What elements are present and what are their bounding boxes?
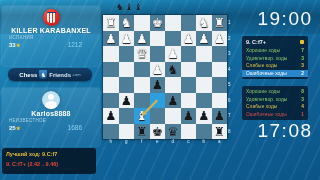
square-g3[interactable] [119, 46, 135, 62]
stat-row-3: Ошибочные ходы2 [242, 70, 308, 78]
square-f1[interactable] [134, 15, 150, 31]
square-e7[interactable] [150, 108, 166, 124]
file-label-c: c [181, 139, 197, 144]
rank-label-8: 8 [228, 124, 234, 140]
white-analysis-box: 9. С:f7+ Хорошие ходы7Удовлетвор. ходы3С… [242, 36, 308, 79]
square-c4[interactable] [181, 62, 197, 78]
square-f8[interactable]: ♜ [134, 124, 150, 140]
black-pawn-d6[interactable]: ♟ [165, 93, 181, 109]
stat-value: 3 [301, 97, 304, 103]
chess-board[interactable]: ♜♞♚♞♜♟♟♟♟♟♟♛♟♟♞♟♟♟♟♝♟♟♟♜♚♛♜ [103, 15, 227, 139]
square-h3[interactable] [103, 46, 119, 62]
black-clock: 17:08 [250, 120, 320, 142]
captured-pieces-tray: ♞♝♝ [116, 0, 143, 14]
file-label-d: d [165, 139, 181, 144]
avatar-body [45, 101, 57, 109]
file-label-g: g [119, 139, 135, 144]
square-c5[interactable] [181, 77, 197, 93]
square-d4[interactable]: ♞ [165, 62, 181, 78]
rank-label-5: 5 [228, 77, 234, 93]
white-queen-f3[interactable]: ♛ [134, 46, 150, 62]
square-e5[interactable]: ♟ [150, 77, 166, 93]
square-b7[interactable]: ♟ [196, 108, 212, 124]
stat-label: Удовлетвор. ходы [246, 56, 287, 62]
stat-label: Хорошие ходы [246, 89, 280, 95]
engine-hint-box: Лучший ход: 9.С:f7 9. С:f7+ (2.42→9.46) [2, 148, 96, 174]
white-pawn-h2[interactable]: ♟ [103, 31, 119, 47]
square-a6[interactable] [212, 93, 228, 109]
white-knight-b1[interactable]: ♞ [196, 15, 212, 31]
square-g2[interactable]: ♟ [119, 31, 135, 47]
black-knight-d4[interactable]: ♞ [165, 62, 181, 78]
stat-row-1: Удовлетвор. ходы3 [242, 55, 308, 63]
square-f5[interactable] [134, 77, 150, 93]
square-c2[interactable]: ♟ [181, 31, 197, 47]
square-g4[interactable] [119, 62, 135, 78]
stat-label: Ошибочные ходы [246, 112, 287, 118]
stat-value: 2 [301, 71, 304, 77]
square-g8[interactable] [119, 124, 135, 140]
square-e4[interactable]: ♟ [150, 62, 166, 78]
white-player-stars: 33★ [9, 42, 21, 48]
black-player-rating: 1686 [68, 124, 82, 131]
square-b1[interactable]: ♞ [196, 15, 212, 31]
white-stats-rows: Хорошие ходы7Удовлетвор. ходы3Слабые ход… [242, 47, 308, 77]
stat-row-1: Удовлетвор. ходы3 [242, 96, 308, 104]
stat-value: 4 [301, 104, 304, 110]
white-king-e1[interactable]: ♚ [150, 15, 166, 31]
file-label-f: f [134, 139, 150, 144]
rank-labels: 12345678 [228, 15, 234, 139]
rank-label-3: 3 [228, 46, 234, 62]
square-f6[interactable] [134, 93, 150, 109]
white-bishop-f7[interactable]: ♝ [134, 108, 150, 124]
square-g6[interactable]: ♟ [119, 93, 135, 109]
square-d3[interactable]: ♟ [165, 46, 181, 62]
square-b2[interactable]: ♟ [196, 31, 212, 47]
square-a2[interactable]: ♟ [212, 31, 228, 47]
rank-label-4: 4 [228, 62, 234, 78]
stat-row-0: Хорошие ходы8 [242, 88, 308, 96]
white-pawn-a2[interactable]: ♟ [212, 31, 228, 47]
white-pawn-c2[interactable]: ♟ [181, 31, 197, 47]
square-e8[interactable]: ♚ [150, 124, 166, 140]
stat-row-2: Слабые ходы3 [242, 62, 308, 70]
square-b5[interactable] [196, 77, 212, 93]
stat-label: Удовлетвор. ходы [246, 97, 287, 103]
best-move-text: Лучший ход: 9.С:f7 [6, 151, 92, 157]
square-h2[interactable]: ♟ [103, 31, 119, 47]
white-knight-g1[interactable]: ♞ [119, 15, 135, 31]
black-player-stars: 25★ [9, 125, 21, 131]
square-a4[interactable] [212, 62, 228, 78]
file-label-a: a [212, 139, 228, 144]
stat-value: 3 [301, 63, 304, 69]
rank-label-7: 7 [228, 108, 234, 124]
square-g7[interactable] [119, 108, 135, 124]
square-d2[interactable] [165, 31, 181, 47]
chess-app-screen: KILLER KARABANXEL ИСПАНИЯ 33★ 1212 Chess… [0, 0, 320, 180]
square-a3[interactable] [212, 46, 228, 62]
stat-row-2: Слабые ходы4 [242, 103, 308, 111]
file-label-e: e [150, 139, 166, 144]
black-queen-d8[interactable]: ♛ [165, 124, 181, 140]
square-c1[interactable] [181, 15, 197, 31]
star-icon: ★ [16, 42, 21, 48]
white-pawn-f2[interactable]: ♟ [134, 31, 150, 47]
file-label-h: h [103, 139, 119, 144]
square-b6[interactable] [196, 93, 212, 109]
square-d8[interactable]: ♛ [165, 124, 181, 140]
square-e3[interactable] [150, 46, 166, 62]
file-label-b: b [196, 139, 212, 144]
square-a5[interactable] [212, 77, 228, 93]
white-pawn-e4[interactable]: ♟ [150, 62, 166, 78]
file-labels: hgfedcba [103, 139, 227, 144]
rank-label-2: 2 [228, 31, 234, 47]
white-pawn-b2[interactable]: ♟ [196, 31, 212, 47]
black-king-e8[interactable]: ♚ [150, 124, 166, 140]
white-pawn-d3[interactable]: ♟ [165, 46, 181, 62]
stat-row-3: Ошибочные ходы1 [242, 111, 308, 119]
square-e1[interactable]: ♚ [150, 15, 166, 31]
square-h8[interactable] [103, 124, 119, 140]
black-pawn-g6[interactable]: ♟ [119, 93, 135, 109]
stat-label: Слабые ходы [246, 104, 277, 110]
stat-label: Слабые ходы [246, 63, 277, 69]
rank-label-1: 1 [228, 15, 234, 31]
logo-suffix: .com [72, 72, 81, 77]
white-player-name: KILLER KARABANXEL [2, 27, 100, 34]
square-h5[interactable] [103, 77, 119, 93]
square-c3[interactable] [181, 46, 197, 62]
black-pawn-c7[interactable]: ♟ [181, 108, 197, 124]
avatar-head [48, 94, 54, 100]
stat-value: 8 [301, 89, 304, 95]
stat-row-0: Хорошие ходы7 [242, 47, 308, 55]
logo-shield-icon: ♞ [39, 70, 47, 79]
black-stats-rows: Хорошие ходы8Удовлетвор. ходы3Слабые ход… [242, 88, 308, 118]
square-f7[interactable]: ♝ [134, 108, 150, 124]
stat-value: 3 [301, 56, 304, 62]
white-rook-a1[interactable]: ♜ [212, 15, 228, 31]
stat-label: Ошибочные ходы [246, 71, 287, 77]
square-b4[interactable] [196, 62, 212, 78]
square-c6[interactable] [181, 93, 197, 109]
rank-label-6: 6 [228, 93, 234, 109]
stat-label: Хорошие ходы [246, 48, 280, 54]
white-pawn-g2[interactable]: ♟ [119, 31, 135, 47]
white-player-rating: 1212 [68, 41, 82, 48]
square-f3[interactable]: ♛ [134, 46, 150, 62]
evaluation-text: 9. С:f7+ (2.42→9.46) [6, 161, 92, 167]
square-e6[interactable] [150, 93, 166, 109]
square-a7[interactable]: ♟ [212, 108, 228, 124]
square-d6[interactable]: ♟ [165, 93, 181, 109]
square-e2[interactable] [150, 31, 166, 47]
move-quality-icon [300, 40, 304, 44]
square-h4[interactable] [103, 62, 119, 78]
square-d7[interactable] [165, 108, 181, 124]
crest-shield [47, 13, 56, 23]
black-pawn-e5[interactable]: ♟ [150, 77, 166, 93]
square-c7[interactable]: ♟ [181, 108, 197, 124]
square-c8[interactable] [181, 124, 197, 140]
black-rook-f8[interactable]: ♜ [134, 124, 150, 140]
square-b8[interactable] [196, 124, 212, 140]
square-d5[interactable] [165, 77, 181, 93]
player-card-white: KILLER KARABANXEL ИСПАНИЯ 33★ 1212 [2, 6, 100, 66]
square-f4[interactable] [134, 62, 150, 78]
black-pawn-a7[interactable]: ♟ [212, 108, 228, 124]
stat-value: 1 [301, 112, 304, 118]
stat-value: 7 [301, 48, 304, 54]
black-rook-a8[interactable]: ♜ [212, 124, 228, 140]
white-player-avatar [43, 9, 60, 26]
black-player-avatar [42, 91, 60, 109]
square-h7[interactable]: ♟ [103, 108, 119, 124]
square-g5[interactable] [119, 77, 135, 93]
chessfriends-logo: Chess ♞ Friends .com [8, 68, 92, 81]
square-d1[interactable] [165, 15, 181, 31]
white-clock: 19:00 [250, 8, 320, 30]
logo-text-left: Chess [19, 72, 37, 78]
square-a1[interactable]: ♜ [212, 15, 228, 31]
black-pawn-b7[interactable]: ♟ [196, 108, 212, 124]
square-h1[interactable]: ♜ [103, 15, 119, 31]
black-player-name: Karlos8888 [2, 110, 100, 117]
white-rook-h1[interactable]: ♜ [103, 15, 119, 31]
star-icon: ★ [16, 125, 21, 131]
player-card-black: Karlos8888 НЕИЗВЕСТНОЕ 25★ 1686 [2, 88, 100, 146]
square-b3[interactable] [196, 46, 212, 62]
square-g1[interactable]: ♞ [119, 15, 135, 31]
logo-text-right: Friends [49, 72, 71, 78]
black-pawn-h7[interactable]: ♟ [103, 108, 119, 124]
square-h6[interactable] [103, 93, 119, 109]
square-f2[interactable]: ♟ [134, 31, 150, 47]
black-analysis-box: Хорошие ходы8Удовлетвор. ходы3Слабые ход… [242, 86, 308, 120]
square-a8[interactable]: ♜ [212, 124, 228, 140]
last-move-text: 9. С:f7+ [246, 39, 266, 45]
